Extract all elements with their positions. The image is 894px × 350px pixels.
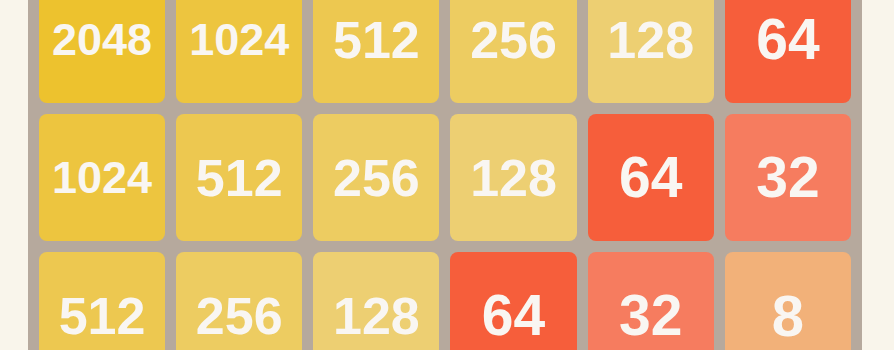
tile-r3c2-256: 256: [176, 252, 302, 350]
tile-r1c2-1024: 1024: [176, 0, 302, 103]
tile-r1c5-128: 128: [588, 0, 714, 103]
page-background: 2048 1024 512 256 128 64 1024 512 256 12…: [0, 0, 894, 350]
tile-r1c6-64: 64: [725, 0, 851, 103]
tile-r1c3-512: 512: [313, 0, 439, 103]
tile-r3c1-512: 512: [39, 252, 165, 350]
tile-r1c4-256: 256: [450, 0, 576, 103]
tile-r3c6-8: 8: [725, 252, 851, 350]
tile-r2c1-1024: 1024: [39, 114, 165, 241]
tile-r3c5-32: 32: [588, 252, 714, 350]
tile-r2c5-64: 64: [588, 114, 714, 241]
tile-r2c4-128: 128: [450, 114, 576, 241]
tile-r2c3-256: 256: [313, 114, 439, 241]
tile-r2c6-32: 32: [725, 114, 851, 241]
tile-r1c1-2048: 2048: [39, 0, 165, 103]
board-grid[interactable]: 2048 1024 512 256 128 64 1024 512 256 12…: [28, 0, 862, 350]
tile-r3c3-128: 128: [313, 252, 439, 350]
tile-r2c2-512: 512: [176, 114, 302, 241]
tile-r3c4-64: 64: [450, 252, 576, 350]
